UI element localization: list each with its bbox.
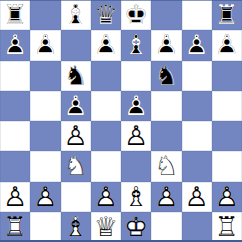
piece-glyph-outline: ♕: [91, 212, 121, 242]
piece-glyph-fill: ♟: [30, 30, 60, 60]
square-d5[interactable]: [91, 91, 121, 121]
square-g5[interactable]: [182, 91, 212, 121]
piece-black-rook: ♜♖: [0, 0, 30, 30]
piece-glyph-outline: ♖: [212, 212, 242, 242]
piece-glyph-fill: ♟: [151, 182, 181, 212]
square-f6[interactable]: ♞♘: [151, 61, 181, 91]
piece-black-king: ♚♔: [121, 0, 151, 30]
piece-white-pawn: ♟♙: [151, 182, 181, 212]
piece-glyph-outline: ♖: [212, 0, 242, 30]
square-e6[interactable]: [121, 61, 151, 91]
square-c8[interactable]: ♝♗: [61, 0, 91, 30]
square-b7[interactable]: ♟♙: [30, 30, 60, 60]
square-g2[interactable]: ♟♙: [182, 182, 212, 212]
square-f7[interactable]: ♟♙: [151, 30, 181, 60]
piece-black-pawn: ♟♙: [91, 30, 121, 60]
piece-black-bishop: ♝♗: [121, 30, 151, 60]
piece-glyph-fill: ♚: [121, 212, 151, 242]
square-g1[interactable]: [182, 212, 212, 242]
piece-glyph-outline: ♙: [151, 30, 181, 60]
square-h8[interactable]: ♜♖: [212, 0, 242, 30]
chess-board: ♜♖♝♗♛♕♚♔♜♖♟♙♟♙♟♙♝♗♟♙♟♙♟♙♞♘♞♘♟♙♟♙♟♙♟♙♞♘♞♘…: [0, 0, 242, 242]
piece-glyph-outline: ♙: [182, 182, 212, 212]
piece-glyph-outline: ♗: [61, 212, 91, 242]
piece-white-bishop: ♝♗: [61, 212, 91, 242]
piece-glyph-fill: ♞: [61, 151, 91, 181]
piece-glyph-fill: ♝: [121, 30, 151, 60]
square-e8[interactable]: ♚♔: [121, 0, 151, 30]
square-c4[interactable]: ♟♙: [61, 121, 91, 151]
square-a7[interactable]: ♟♙: [0, 30, 30, 60]
piece-black-pawn: ♟♙: [0, 30, 30, 60]
piece-glyph-fill: ♜: [0, 0, 30, 30]
piece-glyph-outline: ♙: [30, 182, 60, 212]
square-f5[interactable]: [151, 91, 181, 121]
piece-glyph-fill: ♝: [61, 0, 91, 30]
square-e2[interactable]: ♝♗: [121, 182, 151, 212]
square-a1[interactable]: ♜♖: [0, 212, 30, 242]
square-d7[interactable]: ♟♙: [91, 30, 121, 60]
square-h6[interactable]: [212, 61, 242, 91]
piece-white-pawn: ♟♙: [212, 182, 242, 212]
piece-glyph-fill: ♟: [91, 30, 121, 60]
piece-black-pawn: ♟♙: [61, 91, 91, 121]
piece-glyph-fill: ♝: [61, 212, 91, 242]
piece-glyph-fill: ♜: [0, 212, 30, 242]
piece-white-pawn: ♟♙: [91, 182, 121, 212]
square-h7[interactable]: ♟♙: [212, 30, 242, 60]
piece-glyph-outline: ♙: [212, 182, 242, 212]
piece-white-knight: ♞♘: [61, 151, 91, 181]
square-d1[interactable]: ♛♕: [91, 212, 121, 242]
square-g8[interactable]: [182, 0, 212, 30]
square-c7[interactable]: [61, 30, 91, 60]
square-h2[interactable]: ♟♙: [212, 182, 242, 212]
piece-glyph-fill: ♟: [121, 91, 151, 121]
piece-white-rook: ♜♖: [212, 212, 242, 242]
piece-glyph-outline: ♙: [61, 121, 91, 151]
piece-glyph-outline: ♙: [121, 121, 151, 151]
piece-glyph-fill: ♟: [30, 182, 60, 212]
square-a6[interactable]: [0, 61, 30, 91]
piece-glyph-outline: ♘: [61, 61, 91, 91]
piece-glyph-fill: ♝: [121, 182, 151, 212]
piece-glyph-fill: ♚: [121, 0, 151, 30]
piece-white-rook: ♜♖: [0, 212, 30, 242]
piece-black-pawn: ♟♙: [121, 91, 151, 121]
square-d8[interactable]: ♛♕: [91, 0, 121, 30]
piece-glyph-fill: ♟: [0, 182, 30, 212]
square-e5[interactable]: ♟♙: [121, 91, 151, 121]
piece-glyph-fill: ♞: [151, 61, 181, 91]
square-d6[interactable]: [91, 61, 121, 91]
square-d3[interactable]: [91, 151, 121, 181]
piece-glyph-fill: ♞: [61, 61, 91, 91]
square-g3[interactable]: [182, 151, 212, 181]
square-c6[interactable]: ♞♘: [61, 61, 91, 91]
piece-glyph-outline: ♗: [121, 182, 151, 212]
square-b2[interactable]: ♟♙: [30, 182, 60, 212]
piece-glyph-outline: ♙: [0, 30, 30, 60]
piece-glyph-outline: ♗: [61, 0, 91, 30]
square-f8[interactable]: [151, 0, 181, 30]
piece-white-pawn: ♟♙: [121, 121, 151, 151]
square-e4[interactable]: ♟♙: [121, 121, 151, 151]
piece-glyph-outline: ♙: [0, 182, 30, 212]
piece-black-pawn: ♟♙: [151, 30, 181, 60]
square-g6[interactable]: [182, 61, 212, 91]
square-a5[interactable]: [0, 91, 30, 121]
square-b3[interactable]: [30, 151, 60, 181]
piece-black-queen: ♛♕: [91, 0, 121, 30]
piece-white-pawn: ♟♙: [30, 182, 60, 212]
square-c1[interactable]: ♝♗: [61, 212, 91, 242]
piece-glyph-outline: ♙: [61, 91, 91, 121]
piece-glyph-fill: ♜: [212, 212, 242, 242]
piece-glyph-fill: ♟: [91, 182, 121, 212]
piece-glyph-outline: ♙: [121, 91, 151, 121]
square-c5[interactable]: ♟♙: [61, 91, 91, 121]
square-a4[interactable]: [0, 121, 30, 151]
square-h1[interactable]: ♜♖: [212, 212, 242, 242]
piece-white-pawn: ♟♙: [0, 182, 30, 212]
piece-black-pawn: ♟♙: [182, 30, 212, 60]
piece-glyph-outline: ♙: [30, 30, 60, 60]
piece-glyph-outline: ♘: [61, 151, 91, 181]
square-h5[interactable]: [212, 91, 242, 121]
piece-glyph-outline: ♙: [91, 30, 121, 60]
piece-white-pawn: ♟♙: [61, 121, 91, 151]
piece-glyph-outline: ♖: [0, 212, 30, 242]
square-e1[interactable]: ♚♔: [121, 212, 151, 242]
piece-glyph-outline: ♘: [151, 61, 181, 91]
square-g7[interactable]: ♟♙: [182, 30, 212, 60]
piece-glyph-outline: ♖: [0, 0, 30, 30]
piece-black-pawn: ♟♙: [212, 30, 242, 60]
piece-glyph-outline: ♕: [91, 0, 121, 30]
square-e7[interactable]: ♝♗: [121, 30, 151, 60]
square-f1[interactable]: [151, 212, 181, 242]
square-a2[interactable]: ♟♙: [0, 182, 30, 212]
piece-white-knight: ♞♘: [151, 151, 181, 181]
square-f2[interactable]: ♟♙: [151, 182, 181, 212]
square-a3[interactable]: [0, 151, 30, 181]
piece-black-knight: ♞♘: [151, 61, 181, 91]
piece-glyph-outline: ♙: [182, 30, 212, 60]
square-d2[interactable]: ♟♙: [91, 182, 121, 212]
piece-glyph-outline: ♗: [121, 30, 151, 60]
piece-glyph-fill: ♛: [91, 212, 121, 242]
square-c2[interactable]: [61, 182, 91, 212]
square-f4[interactable]: [151, 121, 181, 151]
square-c3[interactable]: ♞♘: [61, 151, 91, 181]
square-e3[interactable]: [121, 151, 151, 181]
piece-glyph-fill: ♟: [212, 30, 242, 60]
piece-black-bishop: ♝♗: [61, 0, 91, 30]
piece-white-queen: ♛♕: [91, 212, 121, 242]
piece-glyph-outline: ♙: [212, 30, 242, 60]
piece-glyph-fill: ♟: [0, 30, 30, 60]
square-a8[interactable]: ♜♖: [0, 0, 30, 30]
piece-white-bishop: ♝♗: [121, 182, 151, 212]
square-h4[interactable]: [212, 121, 242, 151]
piece-glyph-fill: ♟: [151, 30, 181, 60]
square-h3[interactable]: [212, 151, 242, 181]
square-g4[interactable]: [182, 121, 212, 151]
piece-glyph-outline: ♙: [151, 182, 181, 212]
square-f3[interactable]: ♞♘: [151, 151, 181, 181]
piece-glyph-fill: ♟: [212, 182, 242, 212]
square-b8[interactable]: [30, 0, 60, 30]
square-b6[interactable]: [30, 61, 60, 91]
piece-glyph-fill: ♟: [61, 121, 91, 151]
piece-glyph-fill: ♟: [121, 121, 151, 151]
board-top-edge: [0, 0, 242, 1]
piece-black-pawn: ♟♙: [30, 30, 60, 60]
square-b4[interactable]: [30, 121, 60, 151]
piece-glyph-outline: ♔: [121, 212, 151, 242]
piece-glyph-fill: ♛: [91, 0, 121, 30]
piece-black-rook: ♜♖: [212, 0, 242, 30]
piece-glyph-outline: ♙: [91, 182, 121, 212]
piece-glyph-fill: ♜: [212, 0, 242, 30]
square-b1[interactable]: [30, 212, 60, 242]
piece-glyph-fill: ♞: [151, 151, 181, 181]
piece-white-pawn: ♟♙: [182, 182, 212, 212]
piece-glyph-fill: ♟: [182, 182, 212, 212]
square-d4[interactable]: [91, 121, 121, 151]
piece-glyph-fill: ♟: [182, 30, 212, 60]
piece-glyph-fill: ♟: [61, 91, 91, 121]
square-b5[interactable]: [30, 91, 60, 121]
piece-black-knight: ♞♘: [61, 61, 91, 91]
piece-glyph-outline: ♘: [151, 151, 181, 181]
piece-white-king: ♚♔: [121, 212, 151, 242]
piece-glyph-outline: ♔: [121, 0, 151, 30]
